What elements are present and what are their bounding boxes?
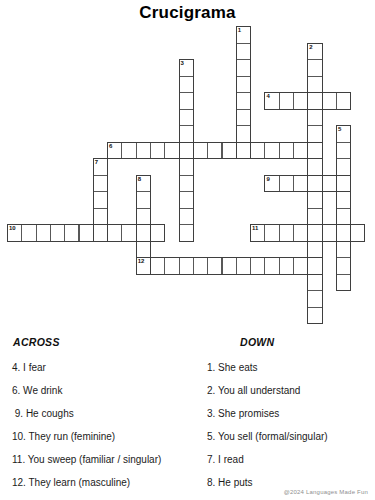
grid-cell[interactable] xyxy=(336,224,351,242)
grid-cell[interactable] xyxy=(279,175,294,193)
clue-item: 8. He puts xyxy=(207,478,367,488)
grid-cell[interactable] xyxy=(107,224,122,242)
grid-cell[interactable] xyxy=(293,257,308,275)
grid-cell[interactable] xyxy=(307,59,322,77)
grid-cell[interactable] xyxy=(336,257,351,275)
grid-cell[interactable] xyxy=(93,191,108,209)
grid-cell[interactable] xyxy=(236,109,251,127)
grid-cell[interactable] xyxy=(307,175,322,193)
grid-cell[interactable] xyxy=(322,175,337,193)
grid-cell[interactable] xyxy=(236,43,251,61)
clue-number: 11 xyxy=(252,225,258,232)
grid-cell[interactable] xyxy=(136,142,151,160)
down-clues: 1. She eats2. You all understand3. She p… xyxy=(207,363,367,500)
grid-cell[interactable] xyxy=(250,142,265,160)
clue-number: 9 xyxy=(266,176,269,183)
grid-cell[interactable] xyxy=(193,257,208,275)
clue-number: 5 xyxy=(338,126,341,133)
clue-item: 11. You sweep (familiar / singular) xyxy=(12,455,197,465)
grid-cell[interactable] xyxy=(336,274,351,292)
clue-item: 6. We drink xyxy=(12,386,197,396)
grid-cell[interactable] xyxy=(279,224,294,242)
grid-cell[interactable] xyxy=(307,158,322,176)
grid-cell[interactable] xyxy=(93,175,108,193)
grid-cell[interactable] xyxy=(307,257,322,275)
grid-cell[interactable] xyxy=(307,109,322,127)
grid-cell[interactable]: 12 xyxy=(136,257,151,275)
grid-cell[interactable] xyxy=(336,208,351,226)
grid-cell[interactable] xyxy=(336,175,351,193)
grid-cell[interactable] xyxy=(179,142,194,160)
grid-cell[interactable] xyxy=(264,142,279,160)
grid-cell[interactable] xyxy=(236,92,251,110)
grid-cell[interactable] xyxy=(307,142,322,160)
clue-number: 4 xyxy=(266,93,269,100)
grid-cell[interactable] xyxy=(136,241,151,259)
grid-cell[interactable] xyxy=(36,224,51,242)
grid-cell[interactable] xyxy=(64,224,79,242)
crossword-grid: 123456781291011 xyxy=(0,0,375,336)
clue-number: 8 xyxy=(138,176,141,183)
grid-cell[interactable] xyxy=(279,92,294,110)
grid-cell[interactable] xyxy=(121,142,136,160)
clue-item: 10. They run (feminine) xyxy=(12,432,197,442)
grid-cell[interactable]: 6 xyxy=(107,142,122,160)
grid-cell[interactable] xyxy=(179,191,194,209)
clue-item: 12. They learn (masculine) xyxy=(12,478,197,488)
grid-cell[interactable] xyxy=(179,125,194,143)
grid-cell[interactable] xyxy=(164,142,179,160)
grid-cell[interactable] xyxy=(250,257,265,275)
grid-cell[interactable] xyxy=(264,224,279,242)
clue-item: 2. You all understand xyxy=(207,386,367,396)
grid-cell[interactable] xyxy=(236,142,251,160)
grid-cell[interactable] xyxy=(336,142,351,160)
grid-cell[interactable] xyxy=(179,109,194,127)
grid-cell[interactable] xyxy=(279,257,294,275)
grid-cell[interactable] xyxy=(179,224,194,242)
grid-cell[interactable] xyxy=(150,224,165,242)
grid-cell[interactable]: 10 xyxy=(7,224,22,242)
grid-cell[interactable] xyxy=(21,224,36,242)
grid-cell[interactable] xyxy=(179,208,194,226)
grid-cell[interactable] xyxy=(350,224,365,242)
grid-cell[interactable] xyxy=(222,142,237,160)
crossword-page: Crucigrama 123456781291011 ACROSS 4. I f… xyxy=(0,0,375,500)
grid-cell[interactable]: 11 xyxy=(250,224,265,242)
grid-cell[interactable] xyxy=(236,257,251,275)
grid-cell[interactable] xyxy=(164,257,179,275)
grid-cell[interactable] xyxy=(293,142,308,160)
grid-cell[interactable] xyxy=(336,241,351,259)
grid-cell[interactable] xyxy=(336,158,351,176)
grid-cell[interactable] xyxy=(179,158,194,176)
clue-number: 3 xyxy=(181,60,184,67)
grid-cell[interactable] xyxy=(179,257,194,275)
grid-cell[interactable] xyxy=(193,142,208,160)
grid-cell[interactable] xyxy=(293,224,308,242)
clue-number: 6 xyxy=(109,143,112,150)
grid-cell[interactable] xyxy=(264,257,279,275)
clue-number: 7 xyxy=(95,159,98,166)
grid-cell[interactable]: 3 xyxy=(179,59,194,77)
grid-cell[interactable] xyxy=(179,175,194,193)
grid-cell[interactable] xyxy=(79,224,94,242)
grid-cell[interactable] xyxy=(322,92,337,110)
clue-item: 7. I read xyxy=(207,455,367,465)
grid-cell[interactable] xyxy=(236,59,251,77)
grid-cell[interactable]: 8 xyxy=(136,175,151,193)
clue-item: 9. He coughs xyxy=(12,409,197,419)
clue-item: 1. She eats xyxy=(207,363,367,373)
grid-cell[interactable] xyxy=(93,224,108,242)
grid-cell[interactable] xyxy=(293,175,308,193)
grid-cell[interactable] xyxy=(336,92,351,110)
grid-cell[interactable] xyxy=(236,125,251,143)
grid-cell[interactable] xyxy=(236,76,251,94)
clue-number: 10 xyxy=(9,225,16,232)
clue-number: 2 xyxy=(309,44,312,51)
grid-cell[interactable] xyxy=(307,125,322,143)
grid-cell[interactable] xyxy=(150,142,165,160)
clue-item: 5. You sell (formal/singular) xyxy=(207,432,367,442)
grid-cell[interactable]: 4 xyxy=(264,92,279,110)
grid-cell[interactable] xyxy=(307,224,322,242)
grid-cell[interactable] xyxy=(336,191,351,209)
grid-cell[interactable] xyxy=(307,274,322,292)
grid-cell[interactable] xyxy=(150,257,165,275)
grid-cell[interactable] xyxy=(50,224,65,242)
grid-cell[interactable] xyxy=(279,142,294,160)
grid-cell[interactable] xyxy=(307,307,322,325)
grid-cell[interactable] xyxy=(307,76,322,94)
grid-cell[interactable] xyxy=(307,208,322,226)
grid-cell[interactable] xyxy=(222,257,237,275)
clue-item: 3. She promises xyxy=(207,409,367,419)
grid-cell[interactable] xyxy=(93,208,108,226)
grid-cell[interactable]: 9 xyxy=(264,175,279,193)
grid-cell[interactable] xyxy=(136,208,151,226)
grid-cell[interactable] xyxy=(121,224,136,242)
grid-cell[interactable] xyxy=(307,290,322,308)
clue-number: 12 xyxy=(138,258,145,265)
grid-cell[interactable] xyxy=(136,191,151,209)
across-clues: 4. I fear6. We drink 9. He coughs10. The… xyxy=(12,363,197,500)
grid-cell[interactable] xyxy=(179,76,194,94)
grid-cell[interactable] xyxy=(136,224,151,242)
grid-cell[interactable] xyxy=(207,142,222,160)
grid-cell[interactable] xyxy=(307,241,322,259)
grid-cell[interactable]: 7 xyxy=(93,158,108,176)
clue-item: 4. I fear xyxy=(12,363,197,373)
grid-cell[interactable] xyxy=(322,224,337,242)
grid-cell[interactable]: 2 xyxy=(307,43,322,61)
grid-cell[interactable] xyxy=(307,191,322,209)
copyright-watermark: @2024 Languages Made Fun xyxy=(284,489,368,495)
grid-cell[interactable] xyxy=(307,92,322,110)
grid-cell[interactable] xyxy=(293,92,308,110)
grid-cell[interactable]: 1 xyxy=(236,26,251,44)
grid-cell[interactable] xyxy=(179,92,194,110)
grid-cell[interactable] xyxy=(207,257,222,275)
down-header: DOWN xyxy=(240,336,274,348)
grid-cell[interactable]: 5 xyxy=(336,125,351,143)
across-header: ACROSS xyxy=(13,336,60,348)
clue-number: 1 xyxy=(238,27,241,34)
